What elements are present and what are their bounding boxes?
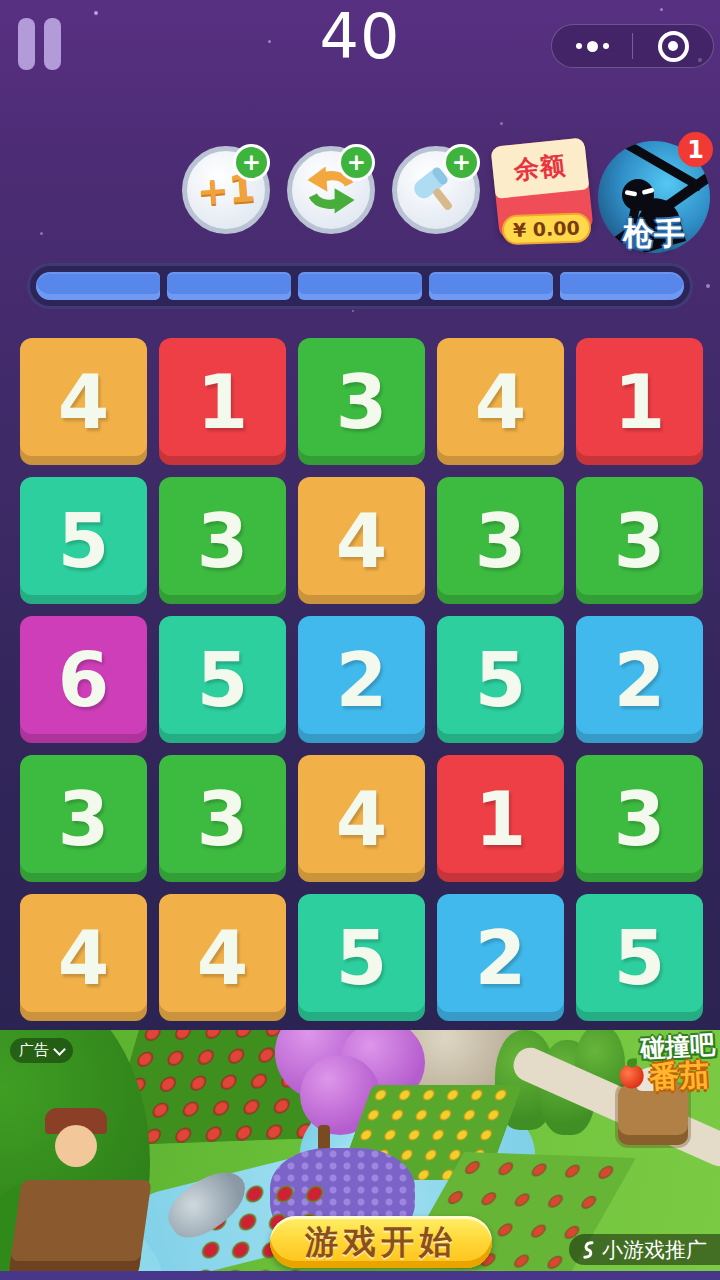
ellipsis-icon xyxy=(603,43,609,49)
game-screen: 40 +1 + + + xyxy=(0,0,720,1280)
tile-r1c5-red-1[interactable]: 1 xyxy=(576,338,703,465)
tile-r5c5-teal-5[interactable]: 5 xyxy=(576,894,703,1021)
gunner-label: 枪手 xyxy=(598,213,710,255)
tile-r2c4-green-3[interactable]: 3 xyxy=(437,477,564,604)
tile-r4c2-green-3[interactable]: 3 xyxy=(159,755,286,882)
wallet-red-envelope[interactable]: 余额 ¥ 0.00 xyxy=(490,137,593,238)
exit-button[interactable] xyxy=(633,25,713,67)
star-dot xyxy=(500,122,503,125)
promo-text: 小游戏推广 xyxy=(602,1236,707,1264)
game-start-button[interactable]: 游戏开始 xyxy=(270,1216,492,1268)
tile-r5c3-teal-5[interactable]: 5 xyxy=(298,894,425,1021)
tile-r4c4-red-1[interactable]: 1 xyxy=(437,755,564,882)
tile-r1c1-orange-4[interactable]: 4 xyxy=(20,338,147,465)
wallet-label: 余额 xyxy=(490,137,589,198)
tile-r2c2-green-3[interactable]: 3 xyxy=(159,477,286,604)
tile-r3c5-blue-2[interactable]: 2 xyxy=(576,616,703,743)
tile-r2c3-orange-4[interactable]: 4 xyxy=(298,477,425,604)
progress-segment-5 xyxy=(560,272,684,300)
target-circle-icon xyxy=(658,31,689,62)
plus-one-powerup-button[interactable]: +1 + xyxy=(182,146,270,234)
ellipsis-icon xyxy=(576,43,582,49)
tile-r3c2-teal-5[interactable]: 5 xyxy=(159,616,286,743)
gunner-promo-button[interactable]: 枪手 1 xyxy=(598,141,710,253)
wooden-pier-art xyxy=(8,1180,151,1272)
bottom-strip xyxy=(0,1271,720,1280)
ad-banner[interactable]: 广告 碰撞吧 番茄 游戏开始 小游戏推广 xyxy=(0,1030,720,1272)
wallet-amount: ¥ 0.00 xyxy=(501,212,591,245)
minigame-promo-label: 小游戏推广 xyxy=(569,1234,720,1265)
tile-r4c1-green-3[interactable]: 3 xyxy=(20,755,147,882)
tile-r1c4-orange-4[interactable]: 4 xyxy=(437,338,564,465)
minigame-logo-icon xyxy=(580,1240,595,1260)
tile-r5c4-blue-2[interactable]: 2 xyxy=(437,894,564,1021)
tile-r5c2-orange-4[interactable]: 4 xyxy=(159,894,286,1021)
chevron-down-icon xyxy=(53,1043,66,1056)
tile-r1c3-green-3[interactable]: 3 xyxy=(298,338,425,465)
add-more-badge[interactable]: + xyxy=(338,144,375,181)
ad-game-logo: 碰撞吧 番茄 xyxy=(640,1032,718,1094)
ad-tag-label: 广告 xyxy=(19,1041,49,1060)
progress-segment-2 xyxy=(167,272,291,300)
progress-segment-4 xyxy=(429,272,553,300)
tile-r1c2-red-1[interactable]: 1 xyxy=(159,338,286,465)
tile-r3c4-teal-5[interactable]: 5 xyxy=(437,616,564,743)
logo-line2: 番茄 xyxy=(641,1058,718,1093)
tile-r5c1-orange-4[interactable]: 4 xyxy=(20,894,147,1021)
tile-r3c3-blue-2[interactable]: 2 xyxy=(298,616,425,743)
more-menu-button[interactable] xyxy=(552,25,632,67)
ad-tag-button[interactable]: 广告 xyxy=(10,1038,73,1063)
tile-r3c1-magenta-6[interactable]: 6 xyxy=(20,616,147,743)
star-dot xyxy=(40,232,43,235)
star-dot xyxy=(706,284,710,288)
add-more-badge[interactable]: + xyxy=(443,144,480,181)
fisherman-face-art xyxy=(55,1125,97,1167)
puzzle-board: 4134153433652523341344525 xyxy=(20,338,703,1021)
tile-r2c1-teal-5[interactable]: 5 xyxy=(20,477,147,604)
notification-badge: 1 xyxy=(678,132,713,167)
ellipsis-icon xyxy=(587,41,598,52)
undo-swap-powerup-button[interactable]: + xyxy=(287,146,375,234)
hammer-powerup-button[interactable]: + xyxy=(392,146,480,234)
star-dot xyxy=(352,310,354,312)
tile-r4c3-orange-4[interactable]: 4 xyxy=(298,755,425,882)
tile-r2c5-green-3[interactable]: 3 xyxy=(576,477,703,604)
progress-segment-3 xyxy=(298,272,422,300)
wechat-capsule xyxy=(551,24,714,68)
level-progress-bar xyxy=(27,263,693,309)
tile-r4c5-green-3[interactable]: 3 xyxy=(576,755,703,882)
progress-segment-1 xyxy=(36,272,160,300)
add-more-badge[interactable]: + xyxy=(233,144,270,181)
